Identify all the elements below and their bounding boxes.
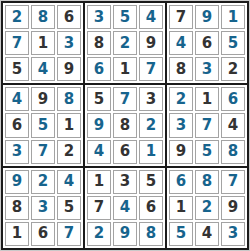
cell-r8c7[interactable]: 1 (169, 196, 193, 220)
cell-r8c2[interactable]: 3 (31, 196, 55, 220)
cell-r6c6[interactable]: 1 (139, 140, 163, 164)
cell-r3c9[interactable]: 2 (221, 57, 245, 81)
cell-r1c4[interactable]: 3 (87, 5, 111, 29)
cell-r8c1[interactable]: 8 (5, 196, 29, 220)
cell-r9c1[interactable]: 1 (5, 222, 29, 246)
cell-r7c8[interactable]: 8 (195, 170, 219, 194)
cell-r7c2[interactable]: 2 (31, 170, 55, 194)
cell-r2c4[interactable]: 8 (87, 31, 111, 55)
cell-r2c3[interactable]: 3 (57, 31, 81, 55)
cell-r8c8[interactable]: 2 (195, 196, 219, 220)
cell-r5c6[interactable]: 2 (139, 113, 163, 137)
cell-r4c5[interactable]: 7 (113, 87, 137, 111)
cell-r8c3[interactable]: 5 (57, 196, 81, 220)
cell-r2c1[interactable]: 7 (5, 31, 29, 55)
box-3: 791465832 (167, 3, 247, 83)
cell-r6c1[interactable]: 3 (5, 140, 29, 164)
cell-r7c4[interactable]: 1 (87, 170, 111, 194)
box-9: 687129543 (167, 168, 247, 248)
cell-r2c6[interactable]: 9 (139, 31, 163, 55)
box-6: 216374958 (167, 85, 247, 165)
cell-r9c3[interactable]: 7 (57, 222, 81, 246)
cell-r3c4[interactable]: 6 (87, 57, 111, 81)
cell-r5c1[interactable]: 6 (5, 113, 29, 137)
cell-r6c2[interactable]: 7 (31, 140, 55, 164)
cell-r1c5[interactable]: 5 (113, 5, 137, 29)
cell-r3c1[interactable]: 5 (5, 57, 29, 81)
cell-r5c2[interactable]: 5 (31, 113, 55, 137)
cell-r3c5[interactable]: 1 (113, 57, 137, 81)
cell-r3c2[interactable]: 4 (31, 57, 55, 81)
box-4: 498651372 (3, 85, 83, 165)
cell-r6c9[interactable]: 8 (221, 140, 245, 164)
cell-r5c5[interactable]: 8 (113, 113, 137, 137)
cell-r3c6[interactable]: 7 (139, 57, 163, 81)
cell-r9c8[interactable]: 4 (195, 222, 219, 246)
cell-r2c5[interactable]: 2 (113, 31, 137, 55)
cell-r8c6[interactable]: 6 (139, 196, 163, 220)
cell-r6c8[interactable]: 5 (195, 140, 219, 164)
cell-r9c5[interactable]: 9 (113, 222, 137, 246)
cell-r5c4[interactable]: 9 (87, 113, 111, 137)
cell-r5c9[interactable]: 4 (221, 113, 245, 137)
cell-r1c3[interactable]: 6 (57, 5, 81, 29)
cell-r5c3[interactable]: 1 (57, 113, 81, 137)
cell-r7c9[interactable]: 7 (221, 170, 245, 194)
cell-r7c6[interactable]: 5 (139, 170, 163, 194)
cell-r5c7[interactable]: 3 (169, 113, 193, 137)
cell-r9c6[interactable]: 8 (139, 222, 163, 246)
box-2: 354829617 (85, 3, 165, 83)
cell-r8c5[interactable]: 4 (113, 196, 137, 220)
cell-r7c3[interactable]: 4 (57, 170, 81, 194)
cell-r6c5[interactable]: 6 (113, 140, 137, 164)
cell-r9c4[interactable]: 2 (87, 222, 111, 246)
box-5: 573982461 (85, 85, 165, 165)
cell-r8c9[interactable]: 9 (221, 196, 245, 220)
cell-r4c8[interactable]: 1 (195, 87, 219, 111)
cell-r6c4[interactable]: 4 (87, 140, 111, 164)
cell-r6c3[interactable]: 2 (57, 140, 81, 164)
cell-r7c1[interactable]: 9 (5, 170, 29, 194)
cell-r4c7[interactable]: 2 (169, 87, 193, 111)
cell-r1c1[interactable]: 2 (5, 5, 29, 29)
cell-r2c9[interactable]: 5 (221, 31, 245, 55)
box-1: 286713549 (3, 3, 83, 83)
cell-r4c6[interactable]: 3 (139, 87, 163, 111)
cell-r6c7[interactable]: 9 (169, 140, 193, 164)
sudoku-board: 2867135493548296177914658324986513725739… (1, 1, 249, 250)
cell-r3c3[interactable]: 9 (57, 57, 81, 81)
cell-r4c2[interactable]: 9 (31, 87, 55, 111)
cell-r5c8[interactable]: 7 (195, 113, 219, 137)
cell-r2c7[interactable]: 4 (169, 31, 193, 55)
cell-r9c2[interactable]: 6 (31, 222, 55, 246)
cell-r4c1[interactable]: 4 (5, 87, 29, 111)
cell-r9c7[interactable]: 5 (169, 222, 193, 246)
cell-r7c7[interactable]: 6 (169, 170, 193, 194)
cell-r3c8[interactable]: 3 (195, 57, 219, 81)
cell-r8c4[interactable]: 7 (87, 196, 111, 220)
cell-r4c9[interactable]: 6 (221, 87, 245, 111)
cell-r9c9[interactable]: 3 (221, 222, 245, 246)
box-7: 924835167 (3, 168, 83, 248)
cell-r7c5[interactable]: 3 (113, 170, 137, 194)
cell-r2c8[interactable]: 6 (195, 31, 219, 55)
cell-r2c2[interactable]: 1 (31, 31, 55, 55)
cell-r1c2[interactable]: 8 (31, 5, 55, 29)
cell-r1c6[interactable]: 4 (139, 5, 163, 29)
cell-r4c4[interactable]: 5 (87, 87, 111, 111)
cell-r1c8[interactable]: 9 (195, 5, 219, 29)
cell-r1c9[interactable]: 1 (221, 5, 245, 29)
cell-r3c7[interactable]: 8 (169, 57, 193, 81)
box-8: 135746298 (85, 168, 165, 248)
cell-r4c3[interactable]: 8 (57, 87, 81, 111)
cell-r1c7[interactable]: 7 (169, 5, 193, 29)
